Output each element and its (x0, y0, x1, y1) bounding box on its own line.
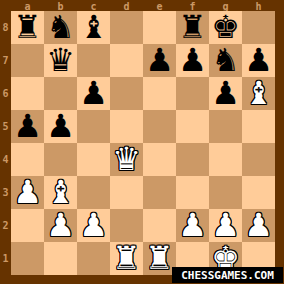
black-pawn: ♟ (13, 110, 42, 142)
square-f7[interactable]: ♟ (176, 44, 209, 77)
white-rook: ♜ (112, 242, 141, 274)
square-f8[interactable]: ♜ (176, 11, 209, 44)
square-b3[interactable]: ♝ (44, 176, 77, 209)
square-a1[interactable] (11, 242, 44, 275)
square-c8[interactable]: ♝ (77, 11, 110, 44)
rank-labels: 87654321 (0, 11, 11, 275)
black-knight: ♞ (211, 44, 240, 76)
square-f4[interactable] (176, 143, 209, 176)
square-b8[interactable]: ♞ (44, 11, 77, 44)
square-a8[interactable]: ♜ (11, 11, 44, 44)
square-c1[interactable] (77, 242, 110, 275)
square-a7[interactable] (11, 44, 44, 77)
black-pawn: ♟ (244, 44, 273, 76)
square-b4[interactable] (44, 143, 77, 176)
square-g5[interactable] (209, 110, 242, 143)
black-pawn: ♟ (145, 44, 174, 76)
square-c2[interactable]: ♟ (77, 209, 110, 242)
square-f6[interactable] (176, 77, 209, 110)
square-g2[interactable]: ♟ (209, 209, 242, 242)
square-h7[interactable]: ♟ (242, 44, 275, 77)
black-knight: ♞ (46, 11, 75, 43)
square-c5[interactable] (77, 110, 110, 143)
black-rook: ♜ (178, 11, 207, 43)
square-e8[interactable] (143, 11, 176, 44)
square-d7[interactable] (110, 44, 143, 77)
rank-label-3: 3 (0, 176, 11, 209)
black-pawn: ♟ (79, 77, 108, 109)
square-e4[interactable] (143, 143, 176, 176)
square-c6[interactable]: ♟ (77, 77, 110, 110)
white-pawn: ♟ (244, 209, 273, 241)
square-b6[interactable] (44, 77, 77, 110)
black-king: ♚ (211, 11, 240, 43)
square-d5[interactable] (110, 110, 143, 143)
white-pawn: ♟ (79, 209, 108, 241)
square-d3[interactable] (110, 176, 143, 209)
rank-label-6: 6 (0, 77, 11, 110)
square-d8[interactable] (110, 11, 143, 44)
chess-board-diagram: abcdefgh 87654321 ♜♞♝♜♚♛♟♟♞♟♟♟♝♟♟♛♟♝♟♟♟♟… (0, 0, 284, 284)
rank-label-4: 4 (0, 143, 11, 176)
chessgames-watermark: CHESSGAMES.COM (172, 267, 283, 283)
square-g3[interactable] (209, 176, 242, 209)
white-bishop: ♝ (244, 77, 273, 109)
square-f3[interactable] (176, 176, 209, 209)
square-g8[interactable]: ♚ (209, 11, 242, 44)
chess-board: ♜♞♝♜♚♛♟♟♞♟♟♟♝♟♟♛♟♝♟♟♟♟♟♜♜♚ (11, 11, 275, 275)
black-pawn: ♟ (211, 77, 240, 109)
square-a6[interactable] (11, 77, 44, 110)
square-e7[interactable]: ♟ (143, 44, 176, 77)
black-pawn: ♟ (46, 110, 75, 142)
white-pawn: ♟ (178, 209, 207, 241)
square-d6[interactable] (110, 77, 143, 110)
square-h2[interactable]: ♟ (242, 209, 275, 242)
square-h4[interactable] (242, 143, 275, 176)
square-c4[interactable] (77, 143, 110, 176)
square-a2[interactable] (11, 209, 44, 242)
square-e6[interactable] (143, 77, 176, 110)
rank-label-5: 5 (0, 110, 11, 143)
square-h3[interactable] (242, 176, 275, 209)
square-b7[interactable]: ♛ (44, 44, 77, 77)
square-c7[interactable] (77, 44, 110, 77)
black-bishop: ♝ (79, 11, 108, 43)
white-bishop: ♝ (46, 176, 75, 208)
square-a5[interactable]: ♟ (11, 110, 44, 143)
square-h8[interactable] (242, 11, 275, 44)
rank-label-8: 8 (0, 11, 11, 44)
square-h6[interactable]: ♝ (242, 77, 275, 110)
white-pawn: ♟ (13, 176, 42, 208)
square-b2[interactable]: ♟ (44, 209, 77, 242)
white-queen: ♛ (112, 143, 141, 175)
square-e5[interactable] (143, 110, 176, 143)
white-rook: ♜ (145, 242, 174, 274)
white-pawn: ♟ (46, 209, 75, 241)
square-f2[interactable]: ♟ (176, 209, 209, 242)
square-b1[interactable] (44, 242, 77, 275)
rank-label-7: 7 (0, 44, 11, 77)
square-e2[interactable] (143, 209, 176, 242)
square-g6[interactable]: ♟ (209, 77, 242, 110)
square-c3[interactable] (77, 176, 110, 209)
square-d2[interactable] (110, 209, 143, 242)
rank-label-1: 1 (0, 242, 11, 275)
square-d1[interactable]: ♜ (110, 242, 143, 275)
square-g4[interactable] (209, 143, 242, 176)
black-rook: ♜ (13, 11, 42, 43)
white-pawn: ♟ (211, 209, 240, 241)
square-e3[interactable] (143, 176, 176, 209)
black-queen: ♛ (46, 44, 75, 76)
black-pawn: ♟ (178, 44, 207, 76)
square-b5[interactable]: ♟ (44, 110, 77, 143)
square-a3[interactable]: ♟ (11, 176, 44, 209)
square-f5[interactable] (176, 110, 209, 143)
rank-label-2: 2 (0, 209, 11, 242)
square-h5[interactable] (242, 110, 275, 143)
square-g7[interactable]: ♞ (209, 44, 242, 77)
square-a4[interactable] (11, 143, 44, 176)
square-d4[interactable]: ♛ (110, 143, 143, 176)
